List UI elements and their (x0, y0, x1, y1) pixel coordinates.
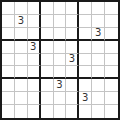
cell-r6c2[interactable] (28, 79, 41, 92)
cell-r8c8[interactable] (105, 105, 118, 118)
cell-r4c8[interactable] (105, 54, 118, 67)
cell-r5c0[interactable] (2, 66, 15, 79)
given-digit: 3 (56, 80, 62, 90)
cell-r0c0[interactable] (2, 2, 15, 15)
cell-r7c3[interactable] (41, 92, 54, 105)
cell-r1c8[interactable] (105, 15, 118, 28)
cell-r5c3[interactable] (41, 66, 54, 79)
cell-r0c2[interactable] (28, 2, 41, 15)
cell-r4c5[interactable]: 3 (66, 54, 79, 67)
cell-r3c2[interactable]: 3 (28, 41, 41, 54)
cell-r6c5[interactable] (66, 79, 79, 92)
cell-r4c6[interactable] (79, 54, 92, 67)
cell-r4c0[interactable] (2, 54, 15, 67)
cell-r0c4[interactable] (54, 2, 67, 15)
cell-r5c7[interactable] (92, 66, 105, 79)
cell-r3c5[interactable] (66, 41, 79, 54)
cell-r3c0[interactable] (2, 41, 15, 54)
given-digit: 3 (69, 54, 75, 64)
cell-r1c6[interactable] (79, 15, 92, 28)
cell-r6c4[interactable]: 3 (54, 79, 67, 92)
cell-r5c5[interactable] (66, 66, 79, 79)
cell-r0c1[interactable] (15, 2, 28, 15)
cell-r8c6[interactable] (79, 105, 92, 118)
given-digit: 3 (18, 16, 24, 26)
cell-r3c4[interactable] (54, 41, 67, 54)
cell-r7c0[interactable] (2, 92, 15, 105)
cell-r2c4[interactable] (54, 28, 67, 41)
cell-r1c3[interactable] (41, 15, 54, 28)
cell-r6c6[interactable] (79, 79, 92, 92)
cell-r6c8[interactable] (105, 79, 118, 92)
cell-r5c8[interactable] (105, 66, 118, 79)
cell-r5c1[interactable] (15, 66, 28, 79)
cell-r0c7[interactable] (92, 2, 105, 15)
cell-r2c5[interactable] (66, 28, 79, 41)
cell-r8c5[interactable] (66, 105, 79, 118)
cell-r3c8[interactable] (105, 41, 118, 54)
cell-r3c1[interactable] (15, 41, 28, 54)
given-digit: 3 (95, 28, 101, 38)
cell-r1c4[interactable] (54, 15, 67, 28)
cell-r0c8[interactable] (105, 2, 118, 15)
cell-r8c3[interactable] (41, 105, 54, 118)
cell-r4c4[interactable] (54, 54, 67, 67)
cell-r2c1[interactable] (15, 28, 28, 41)
cell-r7c8[interactable] (105, 92, 118, 105)
cell-r8c0[interactable] (2, 105, 15, 118)
cell-r7c7[interactable] (92, 92, 105, 105)
cell-r4c1[interactable] (15, 54, 28, 67)
cell-r3c3[interactable] (41, 41, 54, 54)
cell-r1c0[interactable] (2, 15, 15, 28)
cell-r1c5[interactable] (66, 15, 79, 28)
cell-r0c3[interactable] (41, 2, 54, 15)
cell-r6c7[interactable] (92, 79, 105, 92)
cell-r2c2[interactable] (28, 28, 41, 41)
cell-r8c2[interactable] (28, 105, 41, 118)
sudoku-board: 333333 (0, 0, 120, 120)
cell-r8c4[interactable] (54, 105, 67, 118)
cell-r3c7[interactable] (92, 41, 105, 54)
cell-r4c7[interactable] (92, 54, 105, 67)
cell-r6c0[interactable] (2, 79, 15, 92)
cell-r5c6[interactable] (79, 66, 92, 79)
cell-r8c7[interactable] (92, 105, 105, 118)
cell-r7c4[interactable] (54, 92, 67, 105)
cell-r1c7[interactable] (92, 15, 105, 28)
cell-r8c1[interactable] (15, 105, 28, 118)
cell-r7c1[interactable] (15, 92, 28, 105)
given-digit: 3 (30, 42, 36, 52)
cell-r4c3[interactable] (41, 54, 54, 67)
cell-r6c3[interactable] (41, 79, 54, 92)
cell-r2c0[interactable] (2, 28, 15, 41)
cell-r1c2[interactable] (28, 15, 41, 28)
cell-r4c2[interactable] (28, 54, 41, 67)
cell-r1c1[interactable]: 3 (15, 15, 28, 28)
cell-r2c8[interactable] (105, 28, 118, 41)
cell-r3c6[interactable] (79, 41, 92, 54)
given-digit: 3 (82, 93, 88, 103)
cell-r2c3[interactable] (41, 28, 54, 41)
cell-r7c6[interactable]: 3 (79, 92, 92, 105)
cell-r5c4[interactable] (54, 66, 67, 79)
cell-r7c2[interactable] (28, 92, 41, 105)
cell-r0c5[interactable] (66, 2, 79, 15)
cell-r2c7[interactable]: 3 (92, 28, 105, 41)
cell-r5c2[interactable] (28, 66, 41, 79)
cell-r6c1[interactable] (15, 79, 28, 92)
cell-r2c6[interactable] (79, 28, 92, 41)
cell-r0c6[interactable] (79, 2, 92, 15)
cell-r7c5[interactable] (66, 92, 79, 105)
